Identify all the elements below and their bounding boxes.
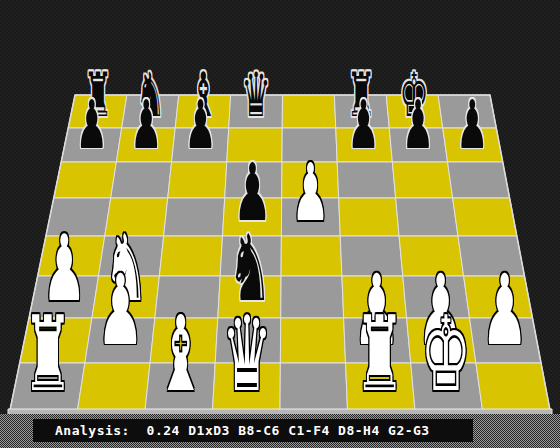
piece-white-rook-f1[interactable]: ♜ <box>355 303 405 407</box>
analysis-text: Analysis: 0.24 D1xD3 B8-C6 C1-F4 D8-H4 G… <box>33 419 473 442</box>
square-e2[interactable] <box>280 318 345 363</box>
square-c4[interactable] <box>159 236 222 276</box>
piece-black-pawn-f7[interactable]: ♟ <box>347 92 380 159</box>
square-c5[interactable] <box>164 198 225 236</box>
piece-black-pawn-c7[interactable]: ♟ <box>184 92 217 159</box>
square-b6[interactable] <box>111 162 172 198</box>
piece-white-bishop-c1[interactable]: ♝ <box>156 303 206 407</box>
piece-white-pawn-h2[interactable]: ♟ <box>481 262 528 360</box>
square-e1[interactable] <box>280 363 348 410</box>
square-f6[interactable] <box>337 162 395 198</box>
piece-black-queen-d8[interactable]: ♛ <box>241 64 271 125</box>
square-a6[interactable] <box>54 162 117 198</box>
square-g6[interactable] <box>392 162 452 198</box>
piece-black-pawn-b7[interactable]: ♟ <box>130 92 163 159</box>
square-h5[interactable] <box>453 198 517 236</box>
game-screen: ♜♞♝♛♜♚♟♟♟♟♟♟♟♟♞♟♞♟♟♟♟♜♝♛♜♚ Analysis: 0.2… <box>0 0 560 448</box>
piece-black-pawn-g7[interactable]: ♟ <box>402 92 435 159</box>
piece-white-rook-a1[interactable]: ♜ <box>23 303 73 407</box>
square-f5[interactable] <box>339 198 399 236</box>
analysis-bar: Analysis: 0.24 D1xD3 B8-C6 C1-F4 D8-H4 G… <box>0 414 560 448</box>
square-g5[interactable] <box>396 198 458 236</box>
analysis-box: Analysis: 0.24 D1xD3 B8-C6 C1-F4 D8-H4 G… <box>33 419 473 442</box>
square-e8[interactable] <box>282 95 336 128</box>
piece-black-pawn-a7[interactable]: ♟ <box>76 92 109 159</box>
piece-white-queen-d1[interactable]: ♛ <box>222 303 272 407</box>
square-c6[interactable] <box>168 162 227 198</box>
piece-white-pawn-b2[interactable]: ♟ <box>97 262 144 360</box>
piece-black-pawn-h7[interactable]: ♟ <box>456 92 489 159</box>
square-e4[interactable] <box>281 236 342 276</box>
square-h6[interactable] <box>448 162 510 198</box>
square-h1[interactable] <box>476 363 550 410</box>
piece-white-pawn-e5[interactable]: ♟ <box>291 154 329 233</box>
square-b1[interactable] <box>78 363 151 410</box>
square-e3[interactable] <box>281 276 344 318</box>
piece-white-king-g1[interactable]: ♚ <box>421 303 471 407</box>
